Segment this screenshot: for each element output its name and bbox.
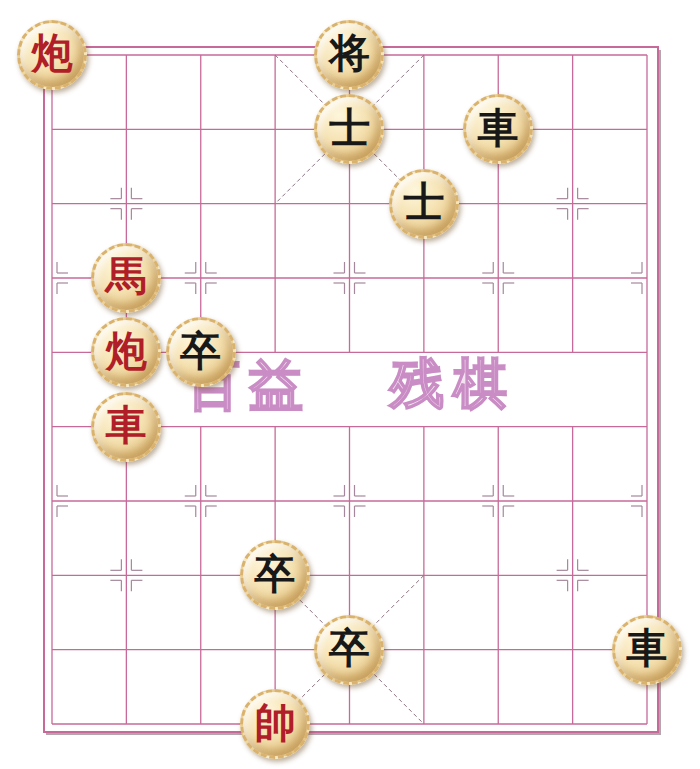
piece-glyph: 卒 — [255, 554, 296, 595]
board-intersection: 士 — [312, 92, 386, 166]
piece-black-chariot[interactable]: 車 — [612, 615, 682, 685]
piece-glyph: 帥 — [255, 703, 296, 744]
piece-glyph: 馬 — [106, 256, 147, 297]
piece-red-cannon[interactable]: 炮 — [17, 20, 87, 90]
piece-black-pawn[interactable]: 卒 — [240, 540, 310, 610]
piece-glyph: 卒 — [329, 628, 370, 669]
board-intersection: 士 — [387, 166, 461, 240]
piece-black-general[interactable]: 将 — [314, 20, 384, 90]
board-intersection: 卒 — [312, 613, 386, 687]
board-intersection: 馬 — [89, 241, 163, 315]
piece-glyph: 士 — [329, 108, 370, 149]
piece-glyph: 車 — [626, 628, 667, 669]
pieces-grid: 炮将士車士馬炮卒車卒卒車帥 — [15, 18, 684, 761]
piece-glyph: 炮 — [106, 331, 147, 372]
board-intersection: 卒 — [164, 315, 238, 389]
board-intersection: 炮 — [15, 18, 89, 92]
piece-red-horse[interactable]: 馬 — [91, 243, 161, 313]
piece-red-cannon[interactable]: 炮 — [91, 317, 161, 387]
board-intersection: 帥 — [238, 687, 312, 761]
piece-red-general[interactable]: 帥 — [240, 689, 310, 759]
board-intersection: 車 — [89, 389, 163, 463]
piece-glyph: 士 — [403, 182, 444, 223]
piece-black-advisor[interactable]: 士 — [389, 169, 459, 239]
piece-glyph: 卒 — [180, 331, 221, 372]
board-intersection: 車 — [461, 92, 535, 166]
piece-glyph: 車 — [478, 108, 519, 149]
piece-glyph: 炮 — [31, 33, 72, 74]
board-intersection: 将 — [312, 18, 386, 92]
piece-black-pawn[interactable]: 卒 — [166, 317, 236, 387]
piece-glyph: 将 — [329, 33, 370, 74]
xiangqi-board: 百益 残棋 炮将士車士馬炮卒車卒卒車帥 — [0, 0, 700, 769]
piece-black-chariot[interactable]: 車 — [463, 94, 533, 164]
board-intersection: 車 — [610, 613, 684, 687]
board-intersection: 炮 — [89, 315, 163, 389]
piece-glyph: 車 — [106, 405, 147, 446]
piece-black-advisor[interactable]: 士 — [314, 94, 384, 164]
piece-black-pawn[interactable]: 卒 — [314, 615, 384, 685]
board-intersection: 卒 — [238, 538, 312, 612]
piece-red-chariot[interactable]: 車 — [91, 392, 161, 462]
